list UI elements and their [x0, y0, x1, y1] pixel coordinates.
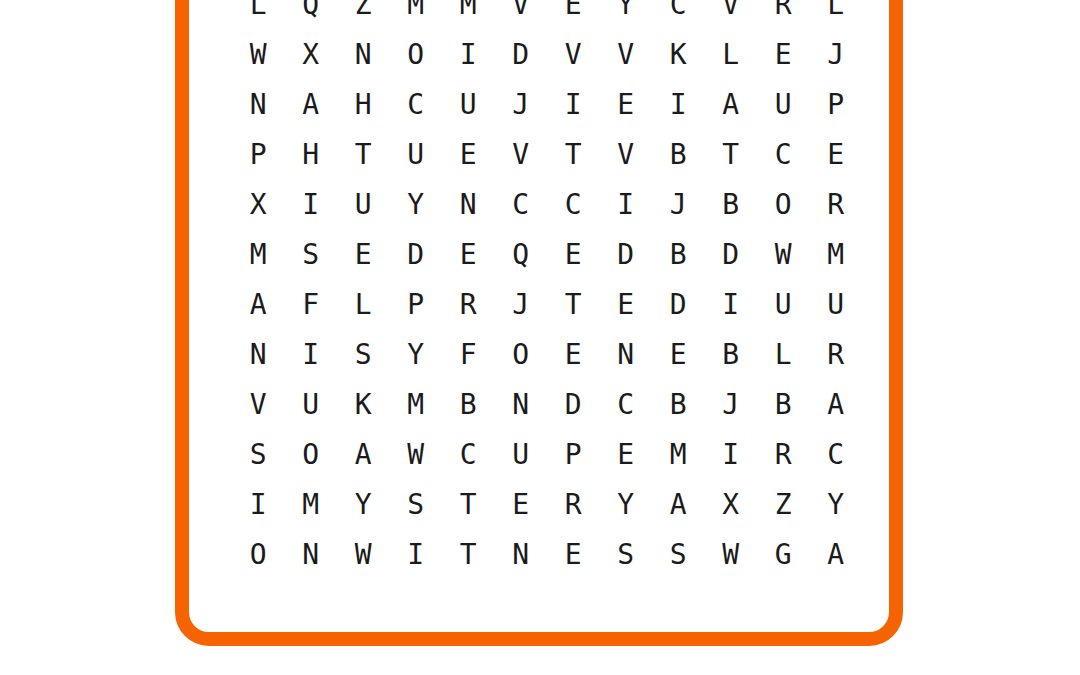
- grid-cell[interactable]: D: [390, 230, 443, 280]
- grid-cell[interactable]: O: [390, 30, 443, 80]
- grid-cell[interactable]: N: [285, 530, 338, 580]
- grid-cell[interactable]: G: [757, 530, 810, 580]
- grid-cell[interactable]: N: [495, 380, 548, 430]
- word-search-grid: LQZMMVEYCVRLWXNOIDVVKLEJNAHCUJIEIAUPPHTU…: [232, 0, 862, 580]
- grid-cell[interactable]: V: [600, 130, 653, 180]
- grid-cell[interactable]: D: [652, 280, 705, 330]
- grid-cell[interactable]: O: [495, 330, 548, 380]
- grid-cell[interactable]: X: [285, 30, 338, 80]
- grid-cell[interactable]: M: [810, 230, 863, 280]
- grid-cell[interactable]: F: [442, 330, 495, 380]
- grid-cell[interactable]: S: [285, 230, 338, 280]
- grid-cell[interactable]: T: [337, 130, 390, 180]
- grid-cell[interactable]: I: [390, 530, 443, 580]
- grid-cell[interactable]: B: [652, 130, 705, 180]
- grid-cell[interactable]: K: [652, 30, 705, 80]
- grid-cell[interactable]: R: [442, 280, 495, 330]
- grid-cell[interactable]: A: [810, 380, 863, 430]
- grid-cell[interactable]: M: [442, 0, 495, 30]
- grid-cell[interactable]: E: [547, 330, 600, 380]
- grid-cell[interactable]: W: [757, 230, 810, 280]
- grid-cell[interactable]: Q: [495, 230, 548, 280]
- grid-cell[interactable]: C: [442, 430, 495, 480]
- grid-cell[interactable]: N: [600, 330, 653, 380]
- grid-cell[interactable]: W: [390, 430, 443, 480]
- grid-cell[interactable]: Y: [337, 480, 390, 530]
- grid-cell[interactable]: J: [810, 30, 863, 80]
- grid-cell[interactable]: A: [232, 280, 285, 330]
- grid-cell[interactable]: J: [705, 380, 758, 430]
- grid-cell[interactable]: Y: [390, 330, 443, 380]
- grid-cell[interactable]: T: [442, 480, 495, 530]
- grid-cell[interactable]: S: [390, 480, 443, 530]
- grid-cell[interactable]: E: [495, 480, 548, 530]
- grid-cell[interactable]: R: [547, 480, 600, 530]
- grid-cell[interactable]: D: [600, 230, 653, 280]
- grid-cell[interactable]: U: [757, 80, 810, 130]
- grid-cell[interactable]: E: [600, 430, 653, 480]
- grid-cell[interactable]: T: [547, 280, 600, 330]
- grid-cell[interactable]: B: [652, 380, 705, 430]
- grid-cell[interactable]: T: [547, 130, 600, 180]
- grid-cell[interactable]: Z: [337, 0, 390, 30]
- grid-cell[interactable]: B: [757, 380, 810, 430]
- grid-cell[interactable]: W: [337, 530, 390, 580]
- grid-cell[interactable]: V: [232, 380, 285, 430]
- grid-cell[interactable]: J: [652, 180, 705, 230]
- grid-cell[interactable]: A: [652, 480, 705, 530]
- grid-cell[interactable]: I: [285, 180, 338, 230]
- grid-cell[interactable]: D: [495, 30, 548, 80]
- grid-cell[interactable]: N: [232, 80, 285, 130]
- grid-cell[interactable]: E: [810, 130, 863, 180]
- grid-cell[interactable]: A: [705, 80, 758, 130]
- grid-cell[interactable]: E: [547, 230, 600, 280]
- grid-cell[interactable]: I: [705, 280, 758, 330]
- grid-cell[interactable]: M: [390, 0, 443, 30]
- grid-cell[interactable]: S: [232, 430, 285, 480]
- grid-cell[interactable]: U: [810, 280, 863, 330]
- grid-cell[interactable]: Y: [600, 480, 653, 530]
- grid-cell[interactable]: X: [232, 180, 285, 230]
- grid-cell[interactable]: L: [705, 30, 758, 80]
- grid-cell[interactable]: H: [337, 80, 390, 130]
- grid-cell[interactable]: Y: [600, 0, 653, 30]
- grid-cell[interactable]: K: [337, 380, 390, 430]
- grid-cell[interactable]: J: [495, 280, 548, 330]
- grid-cell[interactable]: I: [547, 80, 600, 130]
- grid-cell[interactable]: N: [495, 530, 548, 580]
- grid-cell[interactable]: V: [495, 0, 548, 30]
- grid-cell[interactable]: M: [652, 430, 705, 480]
- grid-cell[interactable]: T: [442, 530, 495, 580]
- grid-cell[interactable]: M: [285, 480, 338, 530]
- grid-cell[interactable]: U: [442, 80, 495, 130]
- grid-cell[interactable]: N: [442, 180, 495, 230]
- grid-cell[interactable]: C: [810, 430, 863, 480]
- grid-cell[interactable]: I: [232, 480, 285, 530]
- grid-cell[interactable]: I: [652, 80, 705, 130]
- grid-cell[interactable]: O: [757, 180, 810, 230]
- grid-cell[interactable]: B: [652, 230, 705, 280]
- grid-cell[interactable]: S: [600, 530, 653, 580]
- grid-cell[interactable]: C: [757, 130, 810, 180]
- grid-cell[interactable]: N: [232, 330, 285, 380]
- grid-cell[interactable]: D: [705, 230, 758, 280]
- grid-cell[interactable]: P: [232, 130, 285, 180]
- grid-cell[interactable]: P: [810, 80, 863, 130]
- grid-cell[interactable]: I: [285, 330, 338, 380]
- grid-cell[interactable]: U: [337, 180, 390, 230]
- grid-cell[interactable]: U: [757, 280, 810, 330]
- grid-cell[interactable]: M: [390, 380, 443, 430]
- grid-cell[interactable]: X: [705, 480, 758, 530]
- grid-cell[interactable]: R: [810, 330, 863, 380]
- grid-cell[interactable]: E: [600, 80, 653, 130]
- grid-cell[interactable]: M: [232, 230, 285, 280]
- grid-cell[interactable]: P: [390, 280, 443, 330]
- grid-cell[interactable]: Z: [757, 480, 810, 530]
- grid-cell[interactable]: E: [547, 530, 600, 580]
- grid-cell[interactable]: Y: [810, 480, 863, 530]
- grid-cell[interactable]: L: [232, 0, 285, 30]
- grid-cell[interactable]: V: [705, 0, 758, 30]
- grid-cell[interactable]: V: [495, 130, 548, 180]
- grid-cell[interactable]: E: [547, 0, 600, 30]
- grid-cell[interactable]: B: [442, 380, 495, 430]
- grid-cell[interactable]: E: [757, 30, 810, 80]
- grid-cell[interactable]: A: [337, 430, 390, 480]
- grid-cell[interactable]: J: [495, 80, 548, 130]
- grid-cell[interactable]: S: [337, 330, 390, 380]
- grid-cell[interactable]: L: [337, 280, 390, 330]
- grid-cell[interactable]: Y: [390, 180, 443, 230]
- grid-cell[interactable]: B: [705, 330, 758, 380]
- grid-cell[interactable]: V: [547, 30, 600, 80]
- grid-cell[interactable]: L: [810, 0, 863, 30]
- grid-cell[interactable]: U: [285, 380, 338, 430]
- grid-cell[interactable]: C: [390, 80, 443, 130]
- grid-cell[interactable]: C: [547, 180, 600, 230]
- grid-cell[interactable]: R: [757, 430, 810, 480]
- grid-cell[interactable]: S: [652, 530, 705, 580]
- grid-cell[interactable]: B: [705, 180, 758, 230]
- grid-cell[interactable]: O: [232, 530, 285, 580]
- grid-cell[interactable]: U: [495, 430, 548, 480]
- grid-cell[interactable]: N: [337, 30, 390, 80]
- grid-cell[interactable]: O: [285, 430, 338, 480]
- grid-cell[interactable]: W: [705, 530, 758, 580]
- grid-cell[interactable]: D: [547, 380, 600, 430]
- grid-cell[interactable]: Q: [285, 0, 338, 30]
- grid-cell[interactable]: I: [705, 430, 758, 480]
- grid-cell[interactable]: W: [232, 30, 285, 80]
- grid-cell[interactable]: E: [442, 230, 495, 280]
- grid-cell[interactable]: E: [652, 330, 705, 380]
- grid-cell[interactable]: H: [285, 130, 338, 180]
- grid-cell[interactable]: E: [442, 130, 495, 180]
- grid-cell[interactable]: E: [337, 230, 390, 280]
- grid-cell[interactable]: A: [285, 80, 338, 130]
- grid-cell[interactable]: C: [600, 380, 653, 430]
- grid-cell[interactable]: R: [757, 0, 810, 30]
- grid-cell[interactable]: C: [652, 0, 705, 30]
- grid-cell[interactable]: C: [495, 180, 548, 230]
- grid-cell[interactable]: U: [390, 130, 443, 180]
- grid-cell[interactable]: I: [600, 180, 653, 230]
- grid-cell[interactable]: T: [705, 130, 758, 180]
- grid-cell[interactable]: I: [442, 30, 495, 80]
- grid-cell[interactable]: A: [810, 530, 863, 580]
- grid-cell[interactable]: R: [810, 180, 863, 230]
- grid-cell[interactable]: E: [600, 280, 653, 330]
- grid-cell[interactable]: P: [547, 430, 600, 480]
- grid-cell[interactable]: F: [285, 280, 338, 330]
- grid-cell[interactable]: L: [757, 330, 810, 380]
- grid-cell[interactable]: V: [600, 30, 653, 80]
